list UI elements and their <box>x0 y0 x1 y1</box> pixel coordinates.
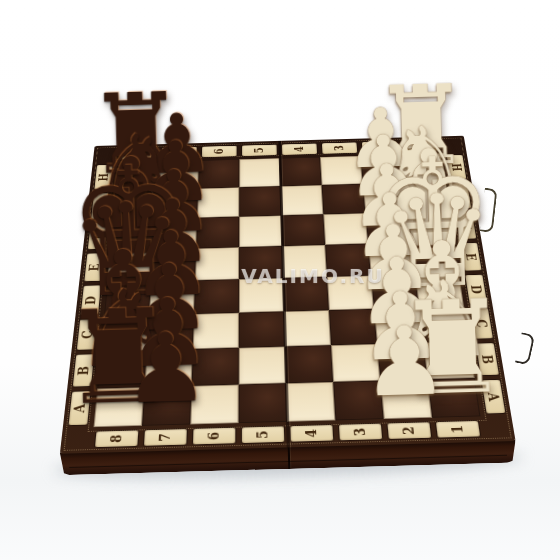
square-g4[interactable] <box>280 185 323 215</box>
watermark: VALIMO.RU <box>210 264 416 288</box>
square-b5[interactable] <box>239 346 286 384</box>
far-label-4: 4 <box>282 143 317 154</box>
near-label-4: 4 <box>290 425 333 442</box>
piece-black-pawn-a7[interactable]: ♟ <box>122 320 210 418</box>
square-f4[interactable] <box>281 214 325 246</box>
near-label-8: 8 <box>95 430 138 447</box>
square-h4[interactable] <box>280 157 322 186</box>
far-label-4-label: 4 <box>293 146 305 152</box>
near-label-5: 5 <box>242 426 284 443</box>
near-label-5-label: 5 <box>256 430 271 439</box>
near-label-8-label: 8 <box>109 434 124 443</box>
square-g5[interactable] <box>239 186 281 216</box>
square-h5[interactable] <box>239 158 280 187</box>
square-b4[interactable] <box>285 345 333 383</box>
near-label-7-label: 7 <box>158 433 173 442</box>
near-label-6-label: 6 <box>207 432 222 441</box>
far-label-5: 5 <box>242 145 277 156</box>
near-label-4-label: 4 <box>304 429 319 438</box>
piece-white-pawn-a2[interactable]: ♟ <box>361 314 449 412</box>
square-a4[interactable] <box>286 382 335 422</box>
near-label-1: 1 <box>436 421 480 438</box>
near-label-3-label: 3 <box>353 428 368 437</box>
near-label-1-label: 1 <box>450 425 466 434</box>
near-label-2: 2 <box>387 422 431 439</box>
near-label-3: 3 <box>339 424 382 441</box>
square-f5[interactable] <box>239 215 282 247</box>
product-photo: 8877665544332211HHGGFFEEDDCCBBAA ♜♞♝♛♚♝♞… <box>0 0 560 560</box>
near-label-6: 6 <box>193 428 235 445</box>
square-c4[interactable] <box>284 310 331 346</box>
square-c5[interactable] <box>239 311 285 347</box>
far-label-5-label: 5 <box>253 147 265 153</box>
far-label-6-label: 6 <box>213 148 225 154</box>
near-label-7: 7 <box>144 429 187 446</box>
square-a5[interactable] <box>239 383 287 423</box>
near-label-2-label: 2 <box>402 426 417 435</box>
